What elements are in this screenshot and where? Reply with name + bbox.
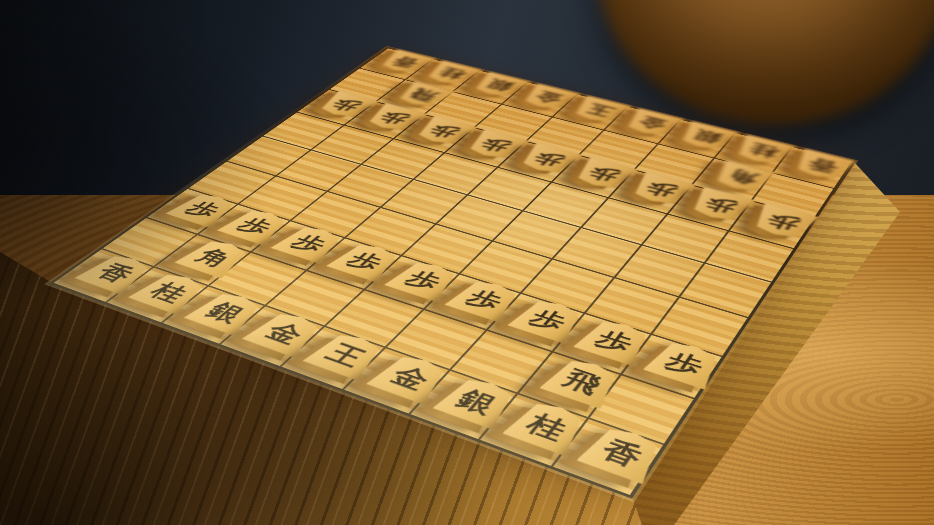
piece-kanji: 桂 xyxy=(745,141,781,159)
scene: 香桂銀金玉金銀桂香飛角歩歩歩歩歩歩歩歩歩歩歩歩歩歩歩歩歩歩角飛香桂銀金王金銀桂香 xyxy=(0,0,934,525)
piece-kanji: 桂 xyxy=(435,66,469,81)
piece-kanji: 歩 xyxy=(426,123,463,141)
piece-kanji: 香 xyxy=(597,436,647,471)
piece-kanji: 香 xyxy=(92,261,138,285)
piece-kanji: 王 xyxy=(322,341,370,370)
piece-kanji: 歩 xyxy=(585,164,623,183)
piece-kanji: 歩 xyxy=(642,179,680,199)
piece-kanji: 歩 xyxy=(402,268,446,293)
piece-kanji: 金 xyxy=(532,90,567,106)
piece-kanji: 銀 xyxy=(452,386,501,418)
piece-kanji: 金 xyxy=(386,363,435,393)
piece-kanji: 歩 xyxy=(592,327,637,355)
piece-kanji: 歩 xyxy=(234,215,277,237)
piece-kanji: 飛 xyxy=(559,367,607,397)
piece-kanji: 角 xyxy=(724,167,761,187)
piece-kanji: 歩 xyxy=(288,232,331,255)
piece-kanji: 歩 xyxy=(328,97,364,113)
piece-kanji: 歩 xyxy=(376,110,413,127)
piece-kanji: 歩 xyxy=(662,349,708,378)
piece-kanji: 桂 xyxy=(146,280,193,305)
piece-kanji: 金 xyxy=(261,319,309,347)
piece-kanji: 角 xyxy=(192,246,237,270)
piece-kanji: 歩 xyxy=(530,150,568,169)
piece-kanji: 歩 xyxy=(477,136,514,154)
piece-kanji: 銀 xyxy=(689,128,725,146)
piece-kanji: 桂 xyxy=(522,410,572,443)
piece-kanji: 歩 xyxy=(526,306,571,333)
piece-kanji: 香 xyxy=(805,156,841,175)
piece-kanji: 銀 xyxy=(202,299,249,326)
piece-kanji: 歩 xyxy=(701,195,740,216)
piece-kanji: 飛 xyxy=(406,87,441,103)
piece-kanji: 香 xyxy=(389,55,423,70)
piece-kanji: 歩 xyxy=(764,211,803,233)
piece-kanji: 歩 xyxy=(344,249,388,273)
piece-kanji: 金 xyxy=(635,115,670,132)
piece-kanji: 歩 xyxy=(462,287,507,313)
piece-kanji: 玉 xyxy=(582,102,617,119)
piece-kanji: 歩 xyxy=(182,199,224,220)
piece-kanji: 銀 xyxy=(482,78,516,94)
